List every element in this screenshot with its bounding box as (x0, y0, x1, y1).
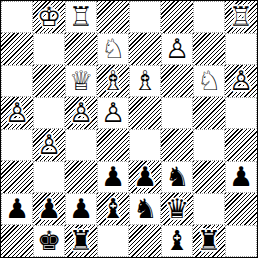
white-knight-piece: ♘ (101, 33, 125, 65)
square-b6[interactable] (33, 65, 65, 97)
square-g4[interactable] (193, 129, 225, 161)
square-a7[interactable] (1, 33, 33, 65)
black-pawn-piece: ♟ (69, 193, 93, 225)
square-c8[interactable]: ♖ (65, 1, 97, 33)
square-g7[interactable] (193, 33, 225, 65)
square-d2[interactable]: ♝ (97, 193, 129, 225)
square-h1[interactable] (225, 225, 257, 257)
square-h8[interactable]: ♖ (225, 1, 257, 33)
black-pawn-piece: ♟ (37, 193, 61, 225)
square-f6[interactable] (161, 65, 193, 97)
square-e7[interactable] (129, 33, 161, 65)
square-b1[interactable]: ♚ (33, 225, 65, 257)
black-pawn-piece: ♟ (133, 161, 157, 193)
square-d7[interactable]: ♘ (97, 33, 129, 65)
black-bishop-piece: ♝ (165, 225, 189, 257)
square-a3[interactable] (1, 161, 33, 193)
square-c6[interactable]: ♕ (65, 65, 97, 97)
square-f7[interactable]: ♙ (161, 33, 193, 65)
square-a8[interactable] (1, 1, 33, 33)
square-h7[interactable] (225, 33, 257, 65)
square-f2[interactable]: ♛ (161, 193, 193, 225)
square-h3[interactable]: ♟ (225, 161, 257, 193)
black-knight-piece: ♞ (133, 193, 157, 225)
square-h5[interactable] (225, 97, 257, 129)
white-queen-piece: ♕ (69, 65, 93, 97)
square-e6[interactable]: ♗ (129, 65, 161, 97)
square-e8[interactable] (129, 1, 161, 33)
square-a5[interactable]: ♙ (1, 97, 33, 129)
square-e5[interactable] (129, 97, 161, 129)
square-e2[interactable]: ♞ (129, 193, 161, 225)
square-f5[interactable] (161, 97, 193, 129)
chess-diagram: ♔♖♖♘♙♕♗♗♘♙♙♙♙♙♟♟♞♟♟♟♟♝♞♛♚♜♝♜ (0, 0, 258, 258)
square-c1[interactable]: ♜ (65, 225, 97, 257)
square-c5[interactable]: ♙ (65, 97, 97, 129)
square-h2[interactable] (225, 193, 257, 225)
square-e4[interactable] (129, 129, 161, 161)
white-knight-piece: ♘ (197, 65, 221, 97)
square-b7[interactable] (33, 33, 65, 65)
square-g6[interactable]: ♘ (193, 65, 225, 97)
square-g2[interactable] (193, 193, 225, 225)
square-b8[interactable]: ♔ (33, 1, 65, 33)
square-c3[interactable] (65, 161, 97, 193)
square-g1[interactable]: ♜ (193, 225, 225, 257)
white-bishop-piece: ♗ (101, 65, 125, 97)
square-a4[interactable] (1, 129, 33, 161)
square-c4[interactable] (65, 129, 97, 161)
white-rook-piece: ♖ (229, 1, 253, 33)
black-pawn-piece: ♟ (229, 161, 253, 193)
square-f3[interactable]: ♞ (161, 161, 193, 193)
white-pawn-piece: ♙ (5, 97, 29, 129)
black-pawn-piece: ♟ (101, 161, 125, 193)
square-f8[interactable] (161, 1, 193, 33)
black-bishop-piece: ♝ (101, 193, 125, 225)
black-rook-piece: ♜ (69, 225, 93, 257)
white-pawn-piece: ♙ (101, 97, 125, 129)
black-queen-piece: ♛ (165, 193, 189, 225)
square-d4[interactable] (97, 129, 129, 161)
square-d5[interactable]: ♙ (97, 97, 129, 129)
square-b4[interactable]: ♙ (33, 129, 65, 161)
white-rook-piece: ♖ (69, 1, 93, 33)
square-e1[interactable] (129, 225, 161, 257)
square-g5[interactable] (193, 97, 225, 129)
square-d6[interactable]: ♗ (97, 65, 129, 97)
square-a1[interactable] (1, 225, 33, 257)
white-king-piece: ♔ (37, 1, 61, 33)
white-pawn-piece: ♙ (37, 129, 61, 161)
black-pawn-piece: ♟ (5, 193, 29, 225)
white-pawn-piece: ♙ (229, 65, 253, 97)
square-h6[interactable]: ♙ (225, 65, 257, 97)
white-pawn-piece: ♙ (165, 33, 189, 65)
black-king-piece: ♚ (37, 225, 61, 257)
square-a6[interactable] (1, 65, 33, 97)
square-b2[interactable]: ♟ (33, 193, 65, 225)
black-rook-piece: ♜ (197, 225, 221, 257)
square-c2[interactable]: ♟ (65, 193, 97, 225)
square-e3[interactable]: ♟ (129, 161, 161, 193)
square-f4[interactable] (161, 129, 193, 161)
square-g8[interactable] (193, 1, 225, 33)
square-b5[interactable] (33, 97, 65, 129)
square-b3[interactable] (33, 161, 65, 193)
black-knight-piece: ♞ (165, 161, 189, 193)
square-d8[interactable] (97, 1, 129, 33)
square-d1[interactable] (97, 225, 129, 257)
square-c7[interactable] (65, 33, 97, 65)
square-f1[interactable]: ♝ (161, 225, 193, 257)
square-a2[interactable]: ♟ (1, 193, 33, 225)
square-g3[interactable] (193, 161, 225, 193)
chess-board: ♔♖♖♘♙♕♗♗♘♙♙♙♙♙♟♟♞♟♟♟♟♝♞♛♚♜♝♜ (0, 0, 258, 258)
square-h4[interactable] (225, 129, 257, 161)
white-pawn-piece: ♙ (69, 97, 93, 129)
white-bishop-piece: ♗ (133, 65, 157, 97)
square-d3[interactable]: ♟ (97, 161, 129, 193)
